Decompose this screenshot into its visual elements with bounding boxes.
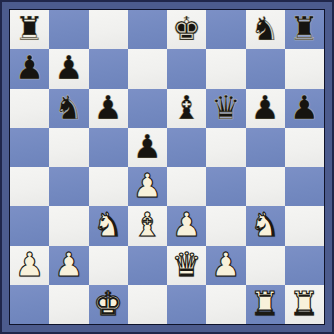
square-f8[interactable] — [206, 10, 245, 49]
square-d6[interactable] — [128, 89, 167, 128]
square-f1[interactable] — [206, 285, 245, 324]
square-g1[interactable]: ♜ — [246, 285, 285, 324]
square-h2[interactable] — [285, 246, 324, 285]
piece-black-knight: ♞ — [54, 91, 84, 124]
square-b6[interactable]: ♞ — [49, 89, 88, 128]
chess-board-frame: ♜♚♞♜♟♟♞♟♝♛♟♟♟♟♞♝♟♞♟♟♛♟♚♜♜ — [0, 0, 334, 334]
square-e6[interactable]: ♝ — [167, 89, 206, 128]
square-c1[interactable]: ♚ — [89, 285, 128, 324]
square-a6[interactable] — [10, 89, 49, 128]
piece-white-knight: ♞ — [250, 208, 280, 241]
square-a1[interactable] — [10, 285, 49, 324]
piece-white-pawn: ♟ — [133, 169, 163, 202]
square-h8[interactable]: ♜ — [285, 10, 324, 49]
square-g7[interactable] — [246, 49, 285, 88]
square-b3[interactable] — [49, 206, 88, 245]
piece-black-pawn: ♟ — [54, 51, 84, 84]
piece-black-rook: ♜ — [290, 12, 320, 45]
square-e3[interactable]: ♟ — [167, 206, 206, 245]
piece-white-pawn: ♟ — [15, 248, 45, 281]
square-f7[interactable] — [206, 49, 245, 88]
piece-white-rook: ♜ — [250, 287, 280, 320]
square-f3[interactable] — [206, 206, 245, 245]
square-d4[interactable]: ♟ — [128, 167, 167, 206]
square-f5[interactable] — [206, 128, 245, 167]
square-a7[interactable]: ♟ — [10, 49, 49, 88]
square-g5[interactable] — [246, 128, 285, 167]
square-e7[interactable] — [167, 49, 206, 88]
square-d5[interactable]: ♟ — [128, 128, 167, 167]
square-c8[interactable] — [89, 10, 128, 49]
piece-black-pawn: ♟ — [15, 51, 45, 84]
square-a4[interactable] — [10, 167, 49, 206]
square-g6[interactable]: ♟ — [246, 89, 285, 128]
square-h6[interactable]: ♟ — [285, 89, 324, 128]
square-f4[interactable] — [206, 167, 245, 206]
square-h3[interactable] — [285, 206, 324, 245]
square-b7[interactable]: ♟ — [49, 49, 88, 88]
piece-white-king: ♚ — [93, 287, 123, 320]
square-c6[interactable]: ♟ — [89, 89, 128, 128]
piece-black-rook: ♜ — [15, 12, 45, 45]
piece-white-pawn: ♟ — [211, 248, 241, 281]
square-g8[interactable]: ♞ — [246, 10, 285, 49]
square-c3[interactable]: ♞ — [89, 206, 128, 245]
square-g4[interactable] — [246, 167, 285, 206]
piece-white-pawn: ♟ — [54, 248, 84, 281]
square-b2[interactable]: ♟ — [49, 246, 88, 285]
piece-black-knight: ♞ — [250, 12, 280, 45]
square-d7[interactable] — [128, 49, 167, 88]
square-b5[interactable] — [49, 128, 88, 167]
piece-white-knight: ♞ — [93, 208, 123, 241]
square-g3[interactable]: ♞ — [246, 206, 285, 245]
piece-white-queen: ♛ — [172, 248, 202, 281]
square-e2[interactable]: ♛ — [167, 246, 206, 285]
square-c4[interactable] — [89, 167, 128, 206]
piece-black-pawn: ♟ — [290, 91, 320, 124]
square-d3[interactable]: ♝ — [128, 206, 167, 245]
square-b8[interactable] — [49, 10, 88, 49]
square-e1[interactable] — [167, 285, 206, 324]
square-a3[interactable] — [10, 206, 49, 245]
square-e8[interactable]: ♚ — [167, 10, 206, 49]
piece-white-pawn: ♟ — [172, 208, 202, 241]
square-c5[interactable] — [89, 128, 128, 167]
square-d8[interactable] — [128, 10, 167, 49]
square-c7[interactable] — [89, 49, 128, 88]
piece-black-bishop: ♝ — [172, 91, 202, 124]
square-h4[interactable] — [285, 167, 324, 206]
square-d2[interactable] — [128, 246, 167, 285]
piece-black-queen: ♛ — [211, 91, 241, 124]
square-e5[interactable] — [167, 128, 206, 167]
piece-black-pawn: ♟ — [250, 91, 280, 124]
square-f6[interactable]: ♛ — [206, 89, 245, 128]
piece-white-bishop: ♝ — [133, 208, 163, 241]
square-e4[interactable] — [167, 167, 206, 206]
square-b4[interactable] — [49, 167, 88, 206]
square-h7[interactable] — [285, 49, 324, 88]
square-a5[interactable] — [10, 128, 49, 167]
piece-black-pawn: ♟ — [133, 130, 163, 163]
square-c2[interactable] — [89, 246, 128, 285]
square-a2[interactable]: ♟ — [10, 246, 49, 285]
square-g2[interactable] — [246, 246, 285, 285]
piece-black-king: ♚ — [172, 12, 202, 45]
piece-black-pawn: ♟ — [93, 91, 123, 124]
piece-white-rook: ♜ — [290, 287, 320, 320]
square-h5[interactable] — [285, 128, 324, 167]
square-b1[interactable] — [49, 285, 88, 324]
square-d1[interactable] — [128, 285, 167, 324]
square-a8[interactable]: ♜ — [10, 10, 49, 49]
square-h1[interactable]: ♜ — [285, 285, 324, 324]
chess-board: ♜♚♞♜♟♟♞♟♝♛♟♟♟♟♞♝♟♞♟♟♛♟♚♜♜ — [9, 9, 325, 325]
square-f2[interactable]: ♟ — [206, 246, 245, 285]
